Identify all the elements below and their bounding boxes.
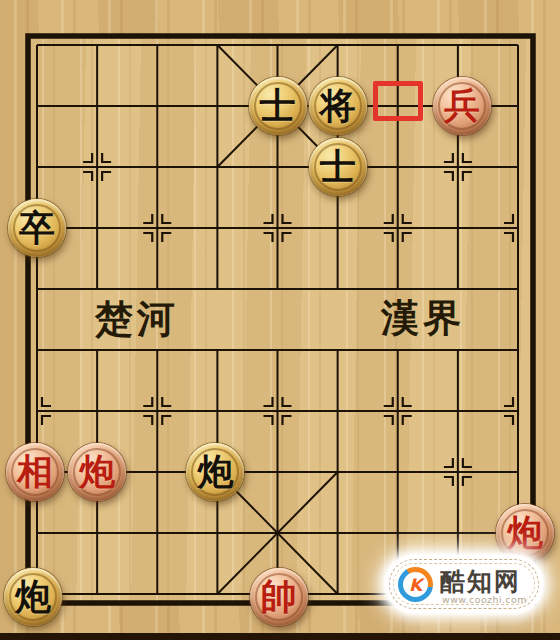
piece-red-cannon[interactable]: 炮 [68, 443, 126, 501]
piece-red-elephant[interactable]: 相 [6, 443, 64, 501]
piece-character: 相 [17, 454, 53, 490]
bottom-edge-strip [0, 633, 560, 640]
piece-black-advisor[interactable]: 士 [309, 138, 367, 196]
piece-black-soldier[interactable]: 卒 [8, 199, 66, 257]
pieces-layer: 士将士卒兵相炮炮炮炮帥 [0, 0, 560, 640]
piece-red-cannon[interactable]: 炮 [496, 504, 554, 562]
piece-red-soldier[interactable]: 兵 [433, 77, 491, 135]
piece-character: 将 [320, 88, 356, 124]
piece-character: 士 [260, 88, 296, 124]
piece-character: 士 [320, 149, 356, 185]
piece-black-general[interactable]: 将 [309, 77, 367, 135]
piece-character: 帥 [261, 579, 297, 615]
watermark[interactable]: K 酷知网 www.coozhi.com [386, 556, 542, 612]
watermark-site-url: www.coozhi.com [442, 594, 527, 605]
xiangqi-app: 楚河 漢界 士将士卒兵相炮炮炮炮帥 K 酷知网 www.coozhi.com [0, 0, 560, 640]
piece-character: 炮 [15, 579, 51, 615]
piece-character: 炮 [79, 454, 115, 490]
piece-red-general[interactable]: 帥 [250, 568, 308, 626]
piece-black-cannon[interactable]: 炮 [4, 568, 62, 626]
piece-character: 炮 [197, 454, 233, 490]
piece-character: 炮 [507, 515, 543, 551]
piece-character: 兵 [444, 88, 480, 124]
coozhi-logo-icon: K [398, 567, 433, 602]
piece-character: 卒 [19, 210, 55, 246]
piece-black-cannon[interactable]: 炮 [186, 443, 244, 501]
piece-black-advisor[interactable]: 士 [249, 77, 307, 135]
